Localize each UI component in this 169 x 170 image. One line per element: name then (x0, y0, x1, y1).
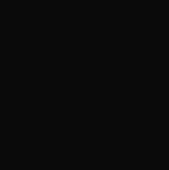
chess-board-frame (0, 0, 169, 170)
chess-board (5, 5, 165, 165)
